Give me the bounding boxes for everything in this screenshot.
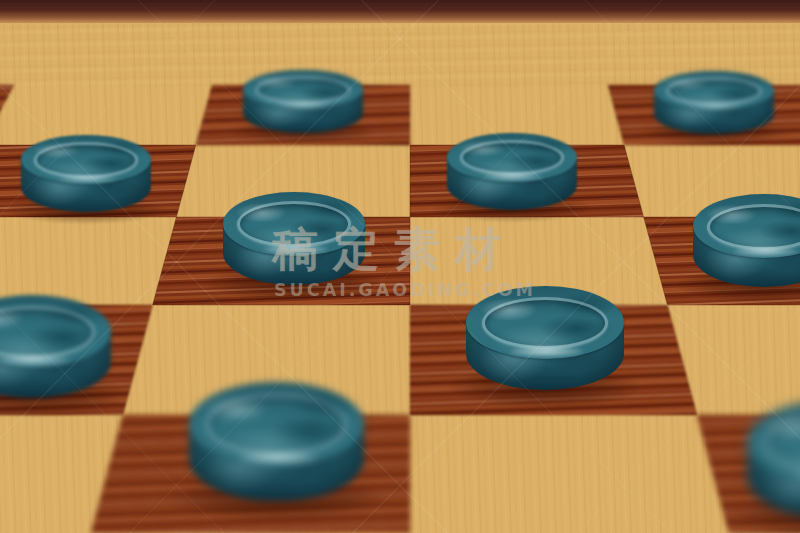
checker-piece[interactable] [243, 70, 363, 133]
piece-top-face [21, 135, 151, 184]
piece-rim-highlight [0, 355, 70, 365]
piece-rim-highlight [688, 104, 743, 110]
piece-rim-highlight [483, 173, 543, 180]
checker-piece[interactable] [223, 192, 365, 285]
piece-top-face [654, 71, 774, 110]
piece-top-face [223, 192, 365, 256]
checker-piece[interactable] [189, 382, 365, 501]
checker-piece[interactable] [21, 135, 151, 212]
checker-piece[interactable] [447, 133, 577, 210]
checker-piece[interactable] [693, 194, 800, 287]
piece-rim-highlight [733, 247, 798, 256]
checker-piece[interactable] [654, 71, 774, 134]
piece-ring-groove [206, 394, 347, 455]
checker-piece[interactable] [0, 295, 111, 399]
piece-ring-groove [34, 142, 138, 178]
piece-ring-groove [707, 204, 800, 250]
piece-rim-highlight [796, 470, 800, 482]
piece-ring-groove [255, 76, 351, 104]
piece-ring-groove [237, 201, 351, 247]
checker-piece[interactable] [466, 286, 624, 390]
piece-rim-highlight [510, 346, 583, 356]
piece-ring-groove [460, 140, 564, 176]
piece-rim-highlight [238, 452, 319, 464]
piece-rim-highlight [277, 102, 332, 108]
piece-top-face [243, 70, 363, 109]
piece-rim-highlight [263, 245, 328, 254]
piece-ring-groove [0, 306, 95, 358]
piece-ring-groove [666, 77, 762, 105]
piece-ring-groove [482, 297, 608, 349]
piece-top-face [189, 382, 365, 466]
piece-ring-groove [764, 412, 800, 473]
background-strip [0, 0, 800, 23]
piece-top-face [466, 286, 624, 359]
checker-piece[interactable] [747, 400, 800, 519]
checkers-photo: 稿定素材 SUCAI.GAODING.COM [0, 0, 800, 533]
piece-rim-highlight [58, 176, 118, 183]
piece-top-face [447, 133, 577, 182]
